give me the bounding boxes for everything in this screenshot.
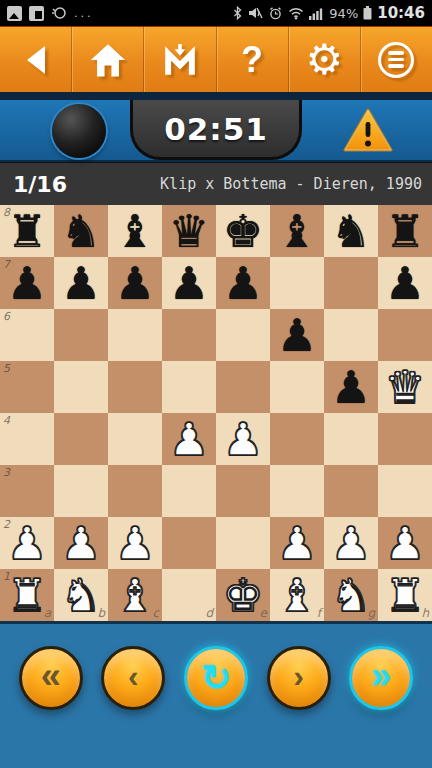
- white-rook[interactable]: ♜: [385, 573, 425, 618]
- rank-label: 7: [3, 258, 10, 271]
- black-bishop[interactable]: ♝: [115, 209, 155, 254]
- square-b3[interactable]: [54, 465, 108, 517]
- last-move-button[interactable]: »: [349, 646, 413, 710]
- square-e7[interactable]: ♟: [216, 257, 270, 309]
- square-c8[interactable]: ♝: [108, 205, 162, 257]
- game-title: Klip x Bottema - Dieren, 1990: [160, 175, 422, 193]
- black-knight[interactable]: ♞: [61, 209, 101, 254]
- rank-label: 8: [3, 206, 10, 219]
- white-pawn[interactable]: ♟: [331, 521, 371, 566]
- square-e6[interactable]: [216, 309, 270, 361]
- battery-icon: [363, 6, 372, 20]
- file-label: a: [44, 606, 51, 620]
- square-g1[interactable]: g♞: [324, 569, 378, 621]
- white-pawn[interactable]: ♟: [61, 521, 101, 566]
- menu-icon: [378, 42, 414, 78]
- square-d3[interactable]: [162, 465, 216, 517]
- square-d4[interactable]: ♟: [162, 413, 216, 465]
- square-e2[interactable]: [216, 517, 270, 569]
- gallery-icon: [29, 6, 44, 21]
- square-g6[interactable]: [324, 309, 378, 361]
- square-a4[interactable]: 4: [0, 413, 54, 465]
- help-button[interactable]: ?: [216, 27, 288, 92]
- bluetooth-icon: [232, 6, 243, 20]
- black-pawn[interactable]: ♟: [331, 365, 371, 410]
- square-f2[interactable]: ♟: [270, 517, 324, 569]
- black-rook[interactable]: ♜: [385, 209, 425, 254]
- next-move-button[interactable]: ›: [267, 646, 331, 710]
- black-pawn[interactable]: ♟: [277, 313, 317, 358]
- square-e3[interactable]: [216, 465, 270, 517]
- square-e5[interactable]: [216, 361, 270, 413]
- square-g2[interactable]: ♟: [324, 517, 378, 569]
- square-f4[interactable]: [270, 413, 324, 465]
- download-games-button[interactable]: [143, 27, 215, 92]
- square-b6[interactable]: [54, 309, 108, 361]
- square-f8[interactable]: ♝: [270, 205, 324, 257]
- last-move-icon: »: [371, 658, 391, 698]
- square-b8[interactable]: ♞: [54, 205, 108, 257]
- previous-move-icon: ‹: [128, 660, 139, 696]
- sparkle-icon: [51, 6, 67, 20]
- more-notifications-icon: ...: [74, 7, 94, 20]
- settings-gear-icon: ⚙: [305, 39, 343, 81]
- replay-icon: ↻: [201, 660, 231, 696]
- white-pawn[interactable]: ♟: [223, 417, 263, 462]
- square-g8[interactable]: ♞: [324, 205, 378, 257]
- square-f6[interactable]: ♟: [270, 309, 324, 361]
- white-bishop[interactable]: ♝: [277, 573, 317, 618]
- back-button[interactable]: [0, 27, 71, 92]
- white-rook[interactable]: ♜: [7, 573, 47, 618]
- file-label: f: [317, 606, 321, 620]
- previous-move-button[interactable]: ‹: [101, 646, 165, 710]
- black-pawn[interactable]: ♟: [7, 261, 47, 306]
- square-h8[interactable]: ♜: [378, 205, 432, 257]
- square-a1[interactable]: 1a♜: [0, 569, 54, 621]
- black-turn-indicator: [52, 104, 106, 158]
- toolbar: ? ⚙: [0, 26, 432, 92]
- square-h5[interactable]: ♛: [378, 361, 432, 413]
- square-b1[interactable]: b♞: [54, 569, 108, 621]
- replay-button[interactable]: ↻: [184, 646, 248, 710]
- square-f5[interactable]: [270, 361, 324, 413]
- square-h1[interactable]: h♜: [378, 569, 432, 621]
- square-a6[interactable]: 6: [0, 309, 54, 361]
- square-g5[interactable]: ♟: [324, 361, 378, 413]
- square-h3[interactable]: [378, 465, 432, 517]
- square-e8[interactable]: ♚: [216, 205, 270, 257]
- black-pawn[interactable]: ♟: [223, 261, 263, 306]
- black-rook[interactable]: ♜: [7, 209, 47, 254]
- black-king[interactable]: ♚: [223, 209, 263, 254]
- home-icon: [89, 42, 127, 78]
- menu-button[interactable]: [360, 27, 432, 92]
- black-pawn[interactable]: ♟: [385, 261, 425, 306]
- white-pawn[interactable]: ♟: [277, 521, 317, 566]
- toolbar-divider: [0, 92, 432, 100]
- status-clock: 10:46: [377, 4, 425, 22]
- help-icon: ?: [241, 42, 263, 78]
- square-c1[interactable]: c♝: [108, 569, 162, 621]
- mute-icon: [248, 6, 263, 20]
- white-pawn[interactable]: ♟: [169, 417, 209, 462]
- square-a7[interactable]: 7♟: [0, 257, 54, 309]
- file-label: g: [367, 606, 375, 620]
- square-f3[interactable]: [270, 465, 324, 517]
- wifi-icon: [288, 7, 304, 20]
- square-h7[interactable]: ♟: [378, 257, 432, 309]
- square-b5[interactable]: [54, 361, 108, 413]
- square-c2[interactable]: ♟: [108, 517, 162, 569]
- back-icon: [23, 44, 49, 76]
- file-label: h: [421, 606, 429, 620]
- settings-button[interactable]: ⚙: [288, 27, 360, 92]
- rank-label: 1: [3, 570, 10, 583]
- square-d2[interactable]: [162, 517, 216, 569]
- battery-percent: 94%: [329, 6, 358, 21]
- square-c3[interactable]: [108, 465, 162, 517]
- screenshot-icon: [7, 6, 22, 21]
- warning-icon[interactable]: [340, 106, 396, 160]
- status-bar: ... 94%: [0, 0, 432, 26]
- square-f1[interactable]: f♝: [270, 569, 324, 621]
- square-h4[interactable]: [378, 413, 432, 465]
- clock-bar: 02:51: [0, 100, 432, 162]
- square-e1[interactable]: e♚: [216, 569, 270, 621]
- square-c7[interactable]: ♟: [108, 257, 162, 309]
- white-knight[interactable]: ♞: [331, 573, 371, 618]
- white-pawn[interactable]: ♟: [385, 521, 425, 566]
- black-bishop[interactable]: ♝: [277, 209, 317, 254]
- black-pawn[interactable]: ♟: [61, 261, 101, 306]
- file-label: d: [205, 606, 213, 620]
- square-a5[interactable]: 5: [0, 361, 54, 413]
- download-logo-icon: [163, 44, 197, 76]
- square-a2[interactable]: 2♟: [0, 517, 54, 569]
- black-queen[interactable]: ♛: [169, 209, 209, 254]
- game-clock: 02:51: [164, 111, 268, 147]
- square-a3[interactable]: 3: [0, 465, 54, 517]
- square-e4[interactable]: ♟: [216, 413, 270, 465]
- square-c6[interactable]: [108, 309, 162, 361]
- black-knight[interactable]: ♞: [331, 209, 371, 254]
- next-move-icon: ›: [293, 660, 304, 696]
- square-c5[interactable]: [108, 361, 162, 413]
- white-pawn[interactable]: ♟: [7, 521, 47, 566]
- rank-label: 5: [3, 362, 10, 375]
- clock-display: 02:51: [130, 100, 302, 160]
- square-g7[interactable]: [324, 257, 378, 309]
- square-d5[interactable]: [162, 361, 216, 413]
- file-label: b: [97, 606, 105, 620]
- white-pawn[interactable]: ♟: [115, 521, 155, 566]
- move-counter: 1/16: [13, 172, 67, 197]
- navigation-panel: « ‹ ↻ › »: [0, 621, 432, 768]
- home-button[interactable]: [71, 27, 143, 92]
- signal-icon: [309, 7, 324, 20]
- square-f7[interactable]: [270, 257, 324, 309]
- square-h6[interactable]: [378, 309, 432, 361]
- square-d7[interactable]: ♟: [162, 257, 216, 309]
- square-d6[interactable]: [162, 309, 216, 361]
- white-queen[interactable]: ♛: [385, 365, 425, 410]
- rank-label: 4: [3, 414, 10, 427]
- alarm-icon: [268, 6, 283, 20]
- square-b4[interactable]: [54, 413, 108, 465]
- chess-board: 8♜♞♝♛♚♝♞♜7♟♟♟♟♟♟6♟5♟♛4♟♟32♟♟♟♟♟♟1a♜b♞c♝d…: [0, 205, 432, 621]
- rank-label: 2: [3, 518, 10, 531]
- rank-label: 3: [3, 466, 10, 479]
- square-g3[interactable]: [324, 465, 378, 517]
- square-h2[interactable]: ♟: [378, 517, 432, 569]
- square-d8[interactable]: ♛: [162, 205, 216, 257]
- square-a8[interactable]: 8♜: [0, 205, 54, 257]
- square-d1[interactable]: d: [162, 569, 216, 621]
- file-label: c: [152, 606, 159, 620]
- square-b2[interactable]: ♟: [54, 517, 108, 569]
- info-bar: 1/16 Klip x Bottema - Dieren, 1990: [0, 162, 432, 205]
- rank-label: 6: [3, 310, 10, 323]
- white-king[interactable]: ♚: [223, 573, 263, 618]
- square-g4[interactable]: [324, 413, 378, 465]
- first-move-icon: «: [41, 658, 61, 698]
- first-move-button[interactable]: «: [19, 646, 83, 710]
- square-c4[interactable]: [108, 413, 162, 465]
- black-pawn[interactable]: ♟: [115, 261, 155, 306]
- white-bishop[interactable]: ♝: [115, 573, 155, 618]
- square-b7[interactable]: ♟: [54, 257, 108, 309]
- black-pawn[interactable]: ♟: [169, 261, 209, 306]
- white-knight[interactable]: ♞: [61, 573, 101, 618]
- file-label: e: [260, 606, 267, 620]
